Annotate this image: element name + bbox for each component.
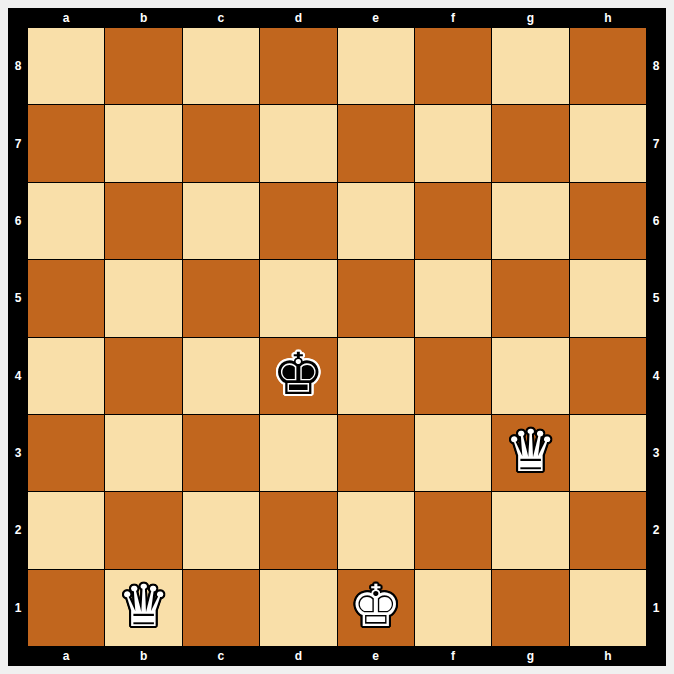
- square-f5[interactable]: [415, 260, 491, 336]
- square-d1[interactable]: [260, 570, 336, 646]
- square-e3[interactable]: [338, 415, 414, 491]
- rank-label: 8: [8, 28, 28, 104]
- rank-label: 2: [646, 492, 666, 568]
- square-e4[interactable]: [338, 338, 414, 414]
- square-b3[interactable]: [105, 415, 181, 491]
- white-king-piece[interactable]: ♚: [350, 577, 402, 635]
- file-label: g: [492, 646, 568, 666]
- square-e1[interactable]: ♚: [338, 570, 414, 646]
- rank-label: 4: [646, 338, 666, 414]
- square-e5[interactable]: [338, 260, 414, 336]
- square-a1[interactable]: [28, 570, 104, 646]
- square-b2[interactable]: [105, 492, 181, 568]
- square-g6[interactable]: [492, 183, 568, 259]
- rank-label: 7: [8, 105, 28, 181]
- rank-labels-left: 87654321: [8, 28, 28, 646]
- rank-label: 5: [646, 260, 666, 336]
- square-d5[interactable]: [260, 260, 336, 336]
- white-queen-piece[interactable]: ♛: [118, 577, 170, 635]
- square-a2[interactable]: [28, 492, 104, 568]
- square-c3[interactable]: [183, 415, 259, 491]
- square-a6[interactable]: [28, 183, 104, 259]
- page-background: abcdefgh 87654321 ♚♛♛♚ 87654321 abcdefgh: [0, 0, 674, 674]
- square-a8[interactable]: [28, 28, 104, 104]
- file-label: e: [338, 646, 414, 666]
- square-a4[interactable]: [28, 338, 104, 414]
- square-c1[interactable]: [183, 570, 259, 646]
- rank-label: 8: [646, 28, 666, 104]
- rank-labels-right: 87654321: [646, 28, 666, 646]
- square-c6[interactable]: [183, 183, 259, 259]
- square-b5[interactable]: [105, 260, 181, 336]
- square-e6[interactable]: [338, 183, 414, 259]
- square-c4[interactable]: [183, 338, 259, 414]
- square-f2[interactable]: [415, 492, 491, 568]
- square-h1[interactable]: [570, 570, 646, 646]
- file-label: f: [415, 8, 491, 28]
- file-label: c: [183, 8, 259, 28]
- square-f7[interactable]: [415, 105, 491, 181]
- square-g8[interactable]: [492, 28, 568, 104]
- square-f1[interactable]: [415, 570, 491, 646]
- file-label: d: [260, 8, 336, 28]
- square-c2[interactable]: [183, 492, 259, 568]
- rank-label: 3: [8, 415, 28, 491]
- rank-label: 2: [8, 492, 28, 568]
- square-e8[interactable]: [338, 28, 414, 104]
- frame-corner: [8, 8, 28, 28]
- square-d3[interactable]: [260, 415, 336, 491]
- file-label: c: [183, 646, 259, 666]
- rank-label: 3: [646, 415, 666, 491]
- square-g7[interactable]: [492, 105, 568, 181]
- rank-label: 1: [646, 570, 666, 646]
- square-g3[interactable]: ♛: [492, 415, 568, 491]
- file-labels-bottom: abcdefgh: [28, 646, 646, 666]
- file-label: b: [105, 646, 181, 666]
- square-a7[interactable]: [28, 105, 104, 181]
- square-g2[interactable]: [492, 492, 568, 568]
- square-h4[interactable]: [570, 338, 646, 414]
- square-c7[interactable]: [183, 105, 259, 181]
- frame-corner: [646, 8, 666, 28]
- square-d8[interactable]: [260, 28, 336, 104]
- file-label: a: [28, 8, 104, 28]
- square-c8[interactable]: [183, 28, 259, 104]
- square-a3[interactable]: [28, 415, 104, 491]
- rank-label: 6: [646, 183, 666, 259]
- square-f8[interactable]: [415, 28, 491, 104]
- file-label: a: [28, 646, 104, 666]
- file-label: h: [570, 646, 646, 666]
- square-h5[interactable]: [570, 260, 646, 336]
- square-d2[interactable]: [260, 492, 336, 568]
- square-h6[interactable]: [570, 183, 646, 259]
- file-label: f: [415, 646, 491, 666]
- square-f3[interactable]: [415, 415, 491, 491]
- square-h7[interactable]: [570, 105, 646, 181]
- square-h3[interactable]: [570, 415, 646, 491]
- square-b4[interactable]: [105, 338, 181, 414]
- frame-corner: [8, 646, 28, 666]
- square-f6[interactable]: [415, 183, 491, 259]
- rank-label: 4: [8, 338, 28, 414]
- square-g4[interactable]: [492, 338, 568, 414]
- square-e2[interactable]: [338, 492, 414, 568]
- file-label: d: [260, 646, 336, 666]
- square-f4[interactable]: [415, 338, 491, 414]
- rank-label: 1: [8, 570, 28, 646]
- square-c5[interactable]: [183, 260, 259, 336]
- file-labels-top: abcdefgh: [28, 8, 646, 28]
- square-e7[interactable]: [338, 105, 414, 181]
- chess-board: ♚♛♛♚: [28, 28, 646, 646]
- white-queen-piece[interactable]: ♛: [504, 422, 556, 480]
- square-h8[interactable]: [570, 28, 646, 104]
- rank-label: 7: [646, 105, 666, 181]
- chess-board-frame: abcdefgh 87654321 ♚♛♛♚ 87654321 abcdefgh: [8, 8, 666, 666]
- square-d4[interactable]: ♚: [260, 338, 336, 414]
- file-label: h: [570, 8, 646, 28]
- black-king-piece[interactable]: ♚: [272, 345, 324, 403]
- file-label: e: [338, 8, 414, 28]
- square-g5[interactable]: [492, 260, 568, 336]
- frame-corner: [646, 646, 666, 666]
- square-h2[interactable]: [570, 492, 646, 568]
- file-label: g: [492, 8, 568, 28]
- square-d6[interactable]: [260, 183, 336, 259]
- square-b6[interactable]: [105, 183, 181, 259]
- file-label: b: [105, 8, 181, 28]
- square-b8[interactable]: [105, 28, 181, 104]
- square-b7[interactable]: [105, 105, 181, 181]
- square-b1[interactable]: ♛: [105, 570, 181, 646]
- rank-label: 5: [8, 260, 28, 336]
- square-d7[interactable]: [260, 105, 336, 181]
- square-a5[interactable]: [28, 260, 104, 336]
- rank-label: 6: [8, 183, 28, 259]
- square-g1[interactable]: [492, 570, 568, 646]
